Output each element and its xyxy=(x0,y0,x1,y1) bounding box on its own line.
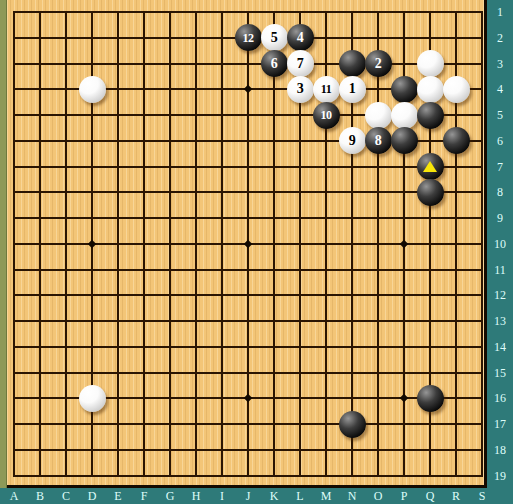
row-label-6: 6 xyxy=(487,133,513,148)
grid-line xyxy=(13,346,483,348)
stone-black-J2[interactable]: 12 xyxy=(235,24,262,51)
grid-line xyxy=(13,63,483,65)
column-label-I: I xyxy=(209,489,235,504)
row-label-19: 19 xyxy=(487,468,513,483)
column-label-B: B xyxy=(27,489,53,504)
column-label-H: H xyxy=(183,489,209,504)
stone-number: 11 xyxy=(321,83,331,95)
stone-number: 6 xyxy=(271,57,278,71)
stone-white-O5[interactable] xyxy=(365,102,392,129)
stone-number: 8 xyxy=(375,134,382,148)
stone-number: 10 xyxy=(321,109,332,121)
row-label-3: 3 xyxy=(487,56,513,71)
row-label-15: 15 xyxy=(487,365,513,380)
stone-number: 4 xyxy=(297,31,304,45)
stone-black-K3[interactable]: 6 xyxy=(261,50,288,77)
row-label-10: 10 xyxy=(487,236,513,251)
hoshi-point xyxy=(244,85,252,93)
column-label-A: A xyxy=(1,489,27,504)
stone-black-M5[interactable]: 10 xyxy=(313,102,340,129)
stone-white-D4[interactable] xyxy=(79,76,106,103)
grid-line xyxy=(13,191,483,193)
grid-line xyxy=(13,166,483,168)
hoshi-point xyxy=(244,240,252,248)
row-label-7: 7 xyxy=(487,159,513,174)
row-label-17: 17 xyxy=(487,417,513,432)
row-label-14: 14 xyxy=(487,339,513,354)
stone-white-L4[interactable]: 3 xyxy=(287,76,314,103)
column-label-D: D xyxy=(79,489,105,504)
hoshi-point xyxy=(400,394,408,402)
row-label-8: 8 xyxy=(487,185,513,200)
row-label-1: 1 xyxy=(487,5,513,20)
stone-black-O6[interactable]: 8 xyxy=(365,127,392,154)
stone-black-Q7[interactable] xyxy=(417,153,444,180)
stone-black-P4[interactable] xyxy=(391,76,418,103)
stone-white-R4[interactable] xyxy=(443,76,470,103)
stone-black-N3[interactable] xyxy=(339,50,366,77)
board-left-edge xyxy=(0,0,7,488)
row-label-2: 2 xyxy=(487,30,513,45)
column-label-O: O xyxy=(365,489,391,504)
grid-line xyxy=(13,11,483,13)
column-label-F: F xyxy=(131,489,157,504)
column-label-J: J xyxy=(235,489,261,504)
stone-white-P5[interactable] xyxy=(391,102,418,129)
column-label-C: C xyxy=(53,489,79,504)
stone-number: 3 xyxy=(297,82,304,96)
column-label-K: K xyxy=(261,489,287,504)
row-label-11: 11 xyxy=(487,262,513,277)
column-label-L: L xyxy=(287,489,313,504)
column-label-G: G xyxy=(157,489,183,504)
hoshi-point xyxy=(400,240,408,248)
column-label-S: S xyxy=(469,489,495,504)
column-label-N: N xyxy=(339,489,365,504)
row-label-13: 13 xyxy=(487,314,513,329)
stone-white-Q4[interactable] xyxy=(417,76,444,103)
column-label-M: M xyxy=(313,489,339,504)
stone-black-R6[interactable] xyxy=(443,127,470,154)
stone-black-L2[interactable]: 4 xyxy=(287,24,314,51)
column-label-E: E xyxy=(105,489,131,504)
grid-line xyxy=(13,449,483,451)
stone-white-M4[interactable]: 11 xyxy=(313,76,340,103)
grid-line xyxy=(13,372,483,374)
stone-white-K2[interactable]: 5 xyxy=(261,24,288,51)
grid-line xyxy=(13,423,483,425)
stone-white-N4[interactable]: 1 xyxy=(339,76,366,103)
row-label-12: 12 xyxy=(487,288,513,303)
row-label-5: 5 xyxy=(487,108,513,123)
go-board[interactable]: 125467231111098 xyxy=(0,0,487,488)
stone-number: 12 xyxy=(243,32,254,44)
stone-black-Q5[interactable] xyxy=(417,102,444,129)
stone-black-Q16[interactable] xyxy=(417,385,444,412)
go-diagram: 125467231111098 123456789101112131415161… xyxy=(0,0,513,504)
stone-number: 7 xyxy=(297,57,304,71)
stone-white-N6[interactable]: 9 xyxy=(339,127,366,154)
grid-line xyxy=(13,217,483,219)
stone-white-L3[interactable]: 7 xyxy=(287,50,314,77)
grid-line xyxy=(13,320,483,322)
row-label-9: 9 xyxy=(487,211,513,226)
grid-line xyxy=(13,294,483,296)
row-label-4: 4 xyxy=(487,82,513,97)
column-label-R: R xyxy=(443,489,469,504)
grid-line xyxy=(13,475,483,477)
stone-black-Q8[interactable] xyxy=(417,179,444,206)
hoshi-point xyxy=(88,240,96,248)
stone-black-N17[interactable] xyxy=(339,411,366,438)
row-label-16: 16 xyxy=(487,391,513,406)
stone-black-P6[interactable] xyxy=(391,127,418,154)
stone-white-D16[interactable] xyxy=(79,385,106,412)
stone-number: 1 xyxy=(349,82,356,96)
hoshi-point xyxy=(244,394,252,402)
stone-white-Q3[interactable] xyxy=(417,50,444,77)
column-label-Q: Q xyxy=(417,489,443,504)
grid-line xyxy=(13,269,483,271)
stone-number: 9 xyxy=(349,134,356,148)
row-label-18: 18 xyxy=(487,442,513,457)
triangle-marker-icon xyxy=(423,160,437,171)
column-label-P: P xyxy=(391,489,417,504)
stone-number: 5 xyxy=(271,31,278,45)
stone-number: 2 xyxy=(375,57,382,71)
stone-black-O3[interactable]: 2 xyxy=(365,50,392,77)
